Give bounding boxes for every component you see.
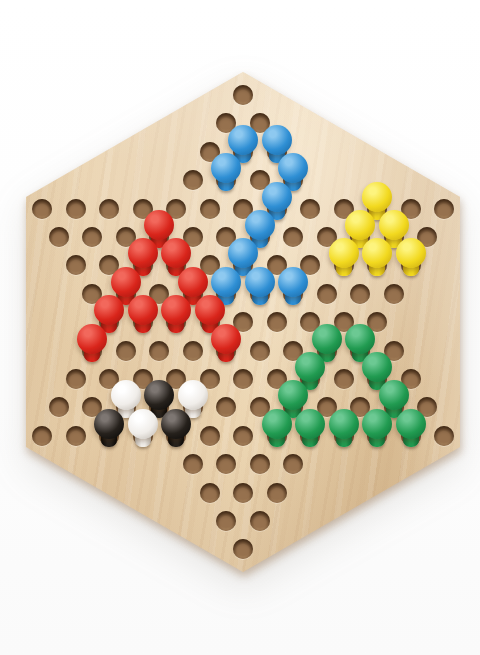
peg-dome — [144, 210, 174, 240]
peg-dome — [144, 380, 174, 410]
board-hole[interactable] — [267, 312, 287, 332]
peg-dome — [111, 380, 141, 410]
peg-dome — [178, 267, 208, 297]
green-peg[interactable] — [329, 409, 359, 451]
product-photo-scene — [0, 0, 480, 655]
peg-dome — [94, 409, 124, 439]
board-hole[interactable] — [233, 539, 253, 559]
board-hole[interactable] — [233, 483, 253, 503]
board-hole[interactable] — [66, 255, 86, 275]
peg-dome — [262, 125, 292, 155]
board-hole[interactable] — [267, 483, 287, 503]
green-peg[interactable] — [262, 409, 292, 451]
board-hole[interactable] — [233, 85, 253, 105]
blue-peg[interactable] — [278, 267, 308, 309]
peg-dome — [228, 125, 258, 155]
board-hole[interactable] — [116, 341, 136, 361]
peg-dome — [295, 352, 325, 382]
peg-dome — [396, 238, 426, 268]
peg-dome — [94, 295, 124, 325]
peg-dome — [262, 182, 292, 212]
board-shadow-wrap — [0, 0, 480, 655]
board-hole[interactable] — [183, 341, 203, 361]
peg-dome — [329, 238, 359, 268]
yellow-peg[interactable] — [362, 238, 392, 280]
peg-dome — [362, 238, 392, 268]
board-hole[interactable] — [233, 369, 253, 389]
peg-dome — [379, 210, 409, 240]
board-hole[interactable] — [149, 341, 169, 361]
peg-dome — [345, 210, 375, 240]
red-peg[interactable] — [211, 324, 241, 366]
white-peg[interactable] — [128, 409, 158, 451]
board-hole[interactable] — [250, 454, 270, 474]
green-peg[interactable] — [362, 409, 392, 451]
board-hole[interactable] — [300, 199, 320, 219]
peg-dome — [211, 324, 241, 354]
peg-dome — [262, 409, 292, 439]
red-peg[interactable] — [128, 295, 158, 337]
board-hole[interactable] — [200, 426, 220, 446]
board-hole[interactable] — [216, 511, 236, 531]
board-hole[interactable] — [384, 284, 404, 304]
yellow-peg[interactable] — [396, 238, 426, 280]
peg-dome — [312, 324, 342, 354]
red-peg[interactable] — [77, 324, 107, 366]
green-peg[interactable] — [295, 409, 325, 451]
board-hole[interactable] — [183, 454, 203, 474]
peg-dome — [161, 409, 191, 439]
board-hole[interactable] — [32, 426, 52, 446]
peg-dome — [161, 238, 191, 268]
peg-dome — [128, 295, 158, 325]
peg-dome — [211, 153, 241, 183]
board-hole[interactable] — [66, 426, 86, 446]
board-hole[interactable] — [283, 227, 303, 247]
board-hole[interactable] — [216, 397, 236, 417]
peg-dome — [195, 295, 225, 325]
chinese-checkers-board — [26, 72, 460, 572]
board-hole[interactable] — [317, 284, 337, 304]
board-hole[interactable] — [250, 341, 270, 361]
board-hole[interactable] — [200, 199, 220, 219]
black-peg[interactable] — [94, 409, 124, 451]
green-peg[interactable] — [396, 409, 426, 451]
board-hole[interactable] — [49, 397, 69, 417]
peg-dome — [329, 409, 359, 439]
board-hole[interactable] — [233, 426, 253, 446]
peg-dome — [362, 182, 392, 212]
peg-dome — [278, 267, 308, 297]
blue-peg[interactable] — [245, 267, 275, 309]
peg-dome — [128, 238, 158, 268]
red-peg[interactable] — [161, 295, 191, 337]
peg-dome — [228, 238, 258, 268]
board-hole[interactable] — [250, 511, 270, 531]
board-hole[interactable] — [66, 199, 86, 219]
peg-dome — [345, 324, 375, 354]
peg-dome — [111, 267, 141, 297]
peg-dome — [379, 380, 409, 410]
board-hole[interactable] — [82, 227, 102, 247]
peg-dome — [278, 153, 308, 183]
board-hole[interactable] — [200, 483, 220, 503]
board-hole[interactable] — [434, 199, 454, 219]
peg-dome — [362, 352, 392, 382]
peg-dome — [128, 409, 158, 439]
board-hole[interactable] — [99, 199, 119, 219]
peg-dome — [396, 409, 426, 439]
board-hole[interactable] — [350, 284, 370, 304]
yellow-peg[interactable] — [329, 238, 359, 280]
peg-dome — [245, 210, 275, 240]
board-hole[interactable] — [283, 454, 303, 474]
peg-dome — [295, 409, 325, 439]
peg-dome — [77, 324, 107, 354]
black-peg[interactable] — [161, 409, 191, 451]
board-hole[interactable] — [334, 369, 354, 389]
blue-peg[interactable] — [211, 153, 241, 195]
board-hole[interactable] — [183, 170, 203, 190]
board-hole[interactable] — [66, 369, 86, 389]
board-hole[interactable] — [49, 227, 69, 247]
peg-dome — [178, 380, 208, 410]
board-hole[interactable] — [32, 199, 52, 219]
peg-dome — [362, 409, 392, 439]
board-hole[interactable] — [434, 426, 454, 446]
peg-dome — [211, 267, 241, 297]
peg-dome — [278, 380, 308, 410]
peg-dome — [161, 295, 191, 325]
board-hole[interactable] — [216, 454, 236, 474]
peg-dome — [245, 267, 275, 297]
